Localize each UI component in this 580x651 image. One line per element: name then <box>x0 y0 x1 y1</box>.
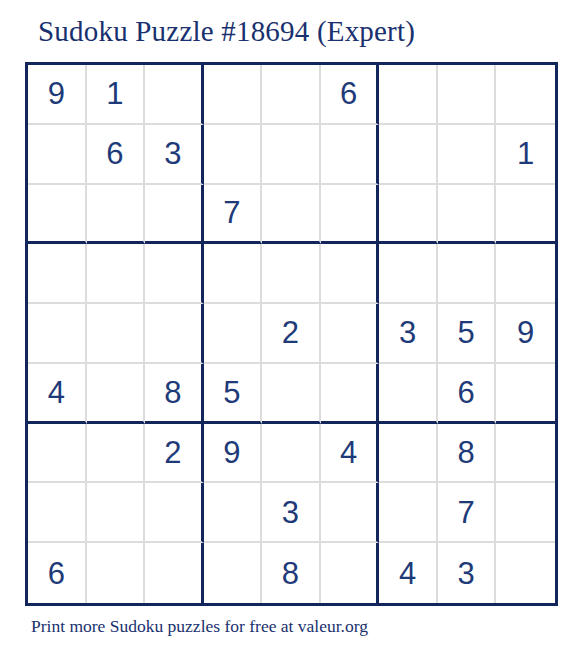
cell-r5c6 <box>321 304 380 364</box>
cell-r1c4 <box>204 65 263 125</box>
cell-r8c4 <box>204 483 263 543</box>
cell-r4c7 <box>379 244 438 304</box>
cell-r9c4 <box>204 543 263 603</box>
cell-r7c8: 8 <box>438 424 497 484</box>
cell-r7c2 <box>87 424 146 484</box>
cell-r1c3 <box>145 65 204 125</box>
cell-r6c7 <box>379 364 438 424</box>
cell-r9c6 <box>321 543 380 603</box>
cell-r9c7: 4 <box>379 543 438 603</box>
cell-r1c2: 1 <box>87 65 146 125</box>
cell-r3c7 <box>379 185 438 245</box>
cell-r8c8: 7 <box>438 483 497 543</box>
cell-r4c3 <box>145 244 204 304</box>
cell-r8c1 <box>28 483 87 543</box>
cell-r3c2 <box>87 185 146 245</box>
cell-r3c5 <box>262 185 321 245</box>
cell-r5c7: 3 <box>379 304 438 364</box>
cell-r4c5 <box>262 244 321 304</box>
cell-r9c1: 6 <box>28 543 87 603</box>
page-title: Sudoku Puzzle #18694 (Expert) <box>38 15 415 48</box>
cell-r1c9 <box>496 65 555 125</box>
cell-r9c9 <box>496 543 555 603</box>
sudoku-grid: 9166317235948562948376843 <box>25 62 558 606</box>
cell-r8c3 <box>145 483 204 543</box>
cell-r4c4 <box>204 244 263 304</box>
cell-r7c1 <box>28 424 87 484</box>
cell-r6c2 <box>87 364 146 424</box>
cell-r7c6: 4 <box>321 424 380 484</box>
cell-r1c5 <box>262 65 321 125</box>
cell-r9c2 <box>87 543 146 603</box>
cell-r5c4 <box>204 304 263 364</box>
cell-r6c1: 4 <box>28 364 87 424</box>
cell-r3c3 <box>145 185 204 245</box>
cell-r2c3: 3 <box>145 125 204 185</box>
cell-r2c5 <box>262 125 321 185</box>
cell-r4c1 <box>28 244 87 304</box>
cell-r7c4: 9 <box>204 424 263 484</box>
cell-r7c9 <box>496 424 555 484</box>
cell-r5c1 <box>28 304 87 364</box>
cell-r7c3: 2 <box>145 424 204 484</box>
cell-r8c5: 3 <box>262 483 321 543</box>
cell-r3c9 <box>496 185 555 245</box>
cell-r6c6 <box>321 364 380 424</box>
cell-r5c5: 2 <box>262 304 321 364</box>
cell-r8c6 <box>321 483 380 543</box>
cell-r5c3 <box>145 304 204 364</box>
cell-r7c5 <box>262 424 321 484</box>
cell-r3c6 <box>321 185 380 245</box>
cell-r4c8 <box>438 244 497 304</box>
cell-r8c9 <box>496 483 555 543</box>
cell-r6c9 <box>496 364 555 424</box>
cell-r9c3 <box>145 543 204 603</box>
cell-r2c1 <box>28 125 87 185</box>
cell-r4c9 <box>496 244 555 304</box>
cell-r7c7 <box>379 424 438 484</box>
cell-r8c2 <box>87 483 146 543</box>
cell-r9c5: 8 <box>262 543 321 603</box>
cell-r2c7 <box>379 125 438 185</box>
cell-r9c8: 3 <box>438 543 497 603</box>
cell-r3c4: 7 <box>204 185 263 245</box>
cell-r2c2: 6 <box>87 125 146 185</box>
cell-r6c3: 8 <box>145 364 204 424</box>
sudoku-page: Sudoku Puzzle #18694 (Expert) 9166317235… <box>0 0 580 651</box>
cell-r4c2 <box>87 244 146 304</box>
cell-r2c4 <box>204 125 263 185</box>
cell-r1c8 <box>438 65 497 125</box>
footer-text: Print more Sudoku puzzles for free at va… <box>31 616 368 637</box>
cell-r5c8: 5 <box>438 304 497 364</box>
cell-r4c6 <box>321 244 380 304</box>
cell-r2c9: 1 <box>496 125 555 185</box>
cell-r1c1: 9 <box>28 65 87 125</box>
cell-r8c7 <box>379 483 438 543</box>
cell-r2c6 <box>321 125 380 185</box>
cell-r1c7 <box>379 65 438 125</box>
cell-r6c4: 5 <box>204 364 263 424</box>
cell-r1c6: 6 <box>321 65 380 125</box>
cell-r5c9: 9 <box>496 304 555 364</box>
cell-r6c5 <box>262 364 321 424</box>
cell-r6c8: 6 <box>438 364 497 424</box>
cell-r3c8 <box>438 185 497 245</box>
cell-r2c8 <box>438 125 497 185</box>
cell-r5c2 <box>87 304 146 364</box>
cell-r3c1 <box>28 185 87 245</box>
